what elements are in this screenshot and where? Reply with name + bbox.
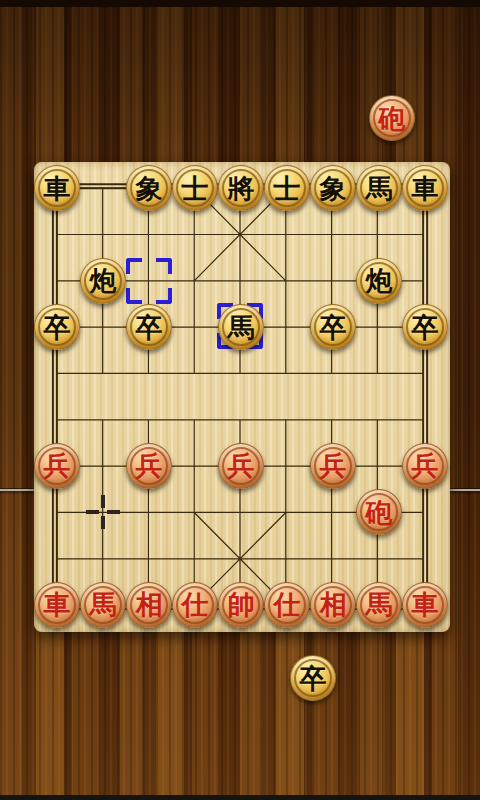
- piece-black-soldier[interactable]: 卒: [126, 304, 172, 350]
- piece-glyph: 卒: [412, 314, 439, 341]
- piece-glyph: 仕: [182, 591, 209, 618]
- piece-glyph: 士: [274, 175, 301, 202]
- selected-destination-cell: 馬: [218, 304, 264, 350]
- piece-glyph: 兵: [228, 452, 255, 479]
- piece-black-advisor[interactable]: 士: [264, 165, 310, 211]
- piece-glyph: 炮: [90, 267, 117, 294]
- piece-black-soldier[interactable]: 卒: [402, 304, 448, 350]
- piece-red-horse[interactable]: 馬: [356, 582, 402, 628]
- piece-black-elephant[interactable]: 象: [310, 165, 356, 211]
- piece-glyph: 象: [136, 175, 163, 202]
- piece-glyph: 馬: [90, 591, 117, 618]
- piece-glyph: 帥: [228, 591, 255, 618]
- piece-glyph: 兵: [412, 452, 439, 479]
- piece-glyph: 卒: [320, 314, 347, 341]
- piece-red-elephant[interactable]: 相: [126, 582, 172, 628]
- piece-glyph: 兵: [320, 452, 347, 479]
- piece-black-cannon[interactable]: 炮: [356, 258, 402, 304]
- piece-black-cannon[interactable]: 炮: [80, 258, 126, 304]
- piece-black-horse[interactable]: 馬: [218, 304, 264, 350]
- piece-glyph: 炮: [366, 267, 393, 294]
- piece-glyph: 車: [412, 175, 439, 202]
- piece-red-advisor[interactable]: 仕: [264, 582, 310, 628]
- piece-red-soldier[interactable]: 兵: [34, 443, 80, 489]
- board-intersections: 車象士將士象馬車炮炮卒卒馬卒卒兵兵兵兵兵砲車馬相仕帥仕相馬車: [34, 165, 446, 628]
- piece-glyph: 將: [228, 175, 255, 202]
- piece-red-soldier[interactable]: 兵: [218, 443, 264, 489]
- piece-red-soldier[interactable]: 兵: [402, 443, 448, 489]
- piece-glyph: 砲: [366, 499, 393, 526]
- last-move-from-marker: [126, 258, 172, 304]
- piece-glyph: 象: [320, 175, 347, 202]
- piece-red-horse[interactable]: 馬: [80, 582, 126, 628]
- piece-glyph: 卒: [44, 314, 71, 341]
- piece-glyph: 馬: [228, 314, 255, 341]
- piece-red-advisor[interactable]: 仕: [172, 582, 218, 628]
- piece-black-chariot[interactable]: 車: [402, 165, 448, 211]
- piece-glyph: 相: [320, 591, 347, 618]
- piece-glyph: 車: [44, 591, 71, 618]
- piece-red-general[interactable]: 帥: [218, 582, 264, 628]
- piece-glyph: 卒: [300, 665, 327, 692]
- piece-glyph: 兵: [44, 452, 71, 479]
- piece-black-advisor[interactable]: 士: [172, 165, 218, 211]
- piece-black-soldier[interactable]: 卒: [310, 304, 356, 350]
- piece-black-chariot[interactable]: 車: [34, 165, 80, 211]
- piece-red-soldier[interactable]: 兵: [310, 443, 356, 489]
- piece-red-chariot[interactable]: 車: [402, 582, 448, 628]
- piece-glyph: 士: [182, 175, 209, 202]
- piece-black-horse[interactable]: 馬: [356, 165, 402, 211]
- top-dark-strip: [0, 0, 480, 7]
- captured-red-cannon: 砲: [369, 95, 415, 141]
- piece-glyph: 卒: [136, 314, 163, 341]
- piece-black-soldier[interactable]: 卒: [34, 304, 80, 350]
- piece-glyph: 兵: [136, 452, 163, 479]
- cursor-crosshair: [86, 495, 120, 529]
- piece-glyph: 車: [412, 591, 439, 618]
- piece-red-cannon[interactable]: 砲: [356, 489, 402, 535]
- piece-red-soldier[interactable]: 兵: [126, 443, 172, 489]
- piece-glyph: 馬: [366, 591, 393, 618]
- captured-black-soldier: 卒: [290, 655, 336, 701]
- piece-black-elephant[interactable]: 象: [126, 165, 172, 211]
- piece-red-elephant[interactable]: 相: [310, 582, 356, 628]
- piece-glyph: 砲: [379, 105, 406, 132]
- piece-black-general[interactable]: 將: [218, 165, 264, 211]
- piece-glyph: 仕: [274, 591, 301, 618]
- piece-red-chariot[interactable]: 車: [34, 582, 80, 628]
- piece-glyph: 車: [44, 175, 71, 202]
- piece-glyph: 相: [136, 591, 163, 618]
- bottom-dark-strip: [0, 795, 480, 800]
- piece-glyph: 馬: [366, 175, 393, 202]
- xiangqi-board[interactable]: 車象士將士象馬車炮炮卒卒馬卒卒兵兵兵兵兵砲車馬相仕帥仕相馬車: [34, 162, 450, 632]
